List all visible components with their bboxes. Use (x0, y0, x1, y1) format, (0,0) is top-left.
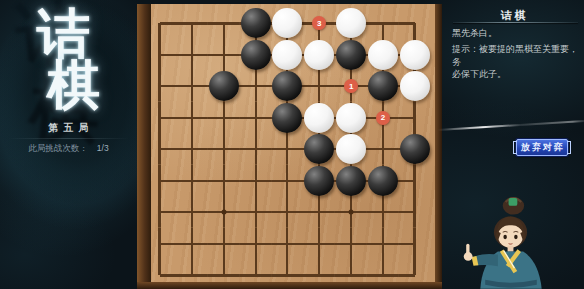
board-point[interactable] (367, 133, 399, 165)
white-stone (272, 8, 302, 38)
board-point[interactable] (272, 165, 304, 197)
sidebar-divider (8, 138, 129, 139)
npc-hair-ornament (509, 198, 518, 206)
attempts-label: 此局挑战次数： (28, 143, 88, 153)
star-point (349, 210, 354, 215)
board-point[interactable] (144, 133, 176, 165)
board-point[interactable] (272, 70, 304, 102)
black-stone (209, 71, 239, 101)
board-point[interactable] (144, 39, 176, 71)
board-point[interactable] (176, 7, 208, 39)
black-stone (304, 134, 334, 164)
board-point[interactable] (399, 228, 431, 260)
board-point[interactable] (144, 259, 176, 289)
move-marker: 1 (344, 79, 358, 93)
white-stone (368, 40, 398, 70)
board-point[interactable]: 3 (303, 7, 335, 39)
board-point[interactable] (399, 133, 431, 165)
board-point[interactable]: 2 (367, 102, 399, 134)
board-point[interactable] (399, 165, 431, 197)
white-stone (336, 134, 366, 164)
board-point[interactable] (399, 70, 431, 102)
board-point[interactable] (272, 102, 304, 134)
go-board-grid[interactable]: 312 (144, 7, 431, 289)
hint-line-1: 提示：被要提的黑棋至关重要，务 (452, 43, 582, 68)
black-stone (272, 71, 302, 101)
black-stone (336, 166, 366, 196)
star-point (221, 210, 226, 215)
white-stone (336, 103, 366, 133)
attempts-row: 此局挑战次数：1/3 (0, 143, 137, 155)
white-stone (336, 8, 366, 38)
board-point[interactable] (272, 39, 304, 71)
board-point[interactable] (208, 7, 240, 39)
board-point[interactable] (240, 102, 272, 134)
white-stone (304, 103, 334, 133)
board-point[interactable] (303, 196, 335, 228)
black-stone (368, 71, 398, 101)
board-point[interactable] (367, 259, 399, 289)
board-point[interactable] (208, 196, 240, 228)
black-stone (400, 134, 430, 164)
black-stone (272, 103, 302, 133)
board-point[interactable] (399, 196, 431, 228)
white-stone (304, 40, 334, 70)
black-stone (241, 8, 271, 38)
board-point[interactable] (335, 133, 367, 165)
board-point[interactable] (272, 7, 304, 39)
hint-text: 提示：被要提的黑棋至关重要，务 必保下此子。 (452, 43, 582, 81)
board-point[interactable] (144, 102, 176, 134)
hint-line-2: 必保下此子。 (452, 68, 582, 81)
black-stone (336, 40, 366, 70)
board-point[interactable] (240, 7, 272, 39)
board-point[interactable]: 1 (335, 70, 367, 102)
board-point[interactable] (272, 228, 304, 260)
board-point[interactable] (335, 102, 367, 134)
round-label: 第五局 (0, 121, 137, 135)
black-stone (304, 166, 334, 196)
go-board: 312 (137, 4, 442, 289)
board-point[interactable] (144, 228, 176, 260)
board-point[interactable] (176, 259, 208, 289)
board-point[interactable] (335, 7, 367, 39)
black-stone (368, 166, 398, 196)
white-stone (272, 40, 302, 70)
board-point[interactable] (208, 102, 240, 134)
board-point[interactable] (303, 259, 335, 289)
board-point[interactable] (240, 259, 272, 289)
board-point[interactable] (176, 39, 208, 71)
board-point[interactable] (208, 39, 240, 71)
board-point[interactable] (144, 70, 176, 102)
board-point[interactable] (240, 165, 272, 197)
board-point[interactable] (335, 196, 367, 228)
board-point[interactable] (176, 102, 208, 134)
board-point[interactable] (335, 39, 367, 71)
board-point[interactable] (303, 228, 335, 260)
board-point[interactable] (335, 259, 367, 289)
board-point[interactable] (240, 228, 272, 260)
board-point[interactable] (176, 228, 208, 260)
calligraphy-title-char-2: 棋 (47, 58, 100, 111)
board-point[interactable] (367, 39, 399, 71)
board-point[interactable] (367, 70, 399, 102)
black-stone (241, 40, 271, 70)
board-point[interactable] (208, 259, 240, 289)
board-point[interactable] (176, 196, 208, 228)
board-point[interactable] (272, 259, 304, 289)
board-point[interactable] (399, 259, 431, 289)
board-point[interactable] (240, 39, 272, 71)
board-point[interactable] (144, 196, 176, 228)
board-point[interactable] (208, 228, 240, 260)
board-point[interactable] (303, 133, 335, 165)
give-up-button[interactable]: 放弃对弈 (516, 139, 568, 156)
attempts-value: 1/3 (97, 143, 109, 153)
board-point[interactable] (176, 133, 208, 165)
board-point[interactable] (208, 133, 240, 165)
board-point[interactable] (335, 165, 367, 197)
board-point[interactable] (303, 70, 335, 102)
panel-title: 诘棋 (442, 8, 584, 23)
board-point[interactable] (303, 165, 335, 197)
board-point[interactable] (240, 70, 272, 102)
board-point[interactable] (399, 102, 431, 134)
board-point[interactable] (303, 102, 335, 134)
board-point[interactable] (144, 7, 176, 39)
board-point[interactable] (240, 133, 272, 165)
board-point[interactable] (399, 39, 431, 71)
board-point[interactable] (272, 133, 304, 165)
board-point[interactable] (240, 196, 272, 228)
board-point[interactable] (367, 196, 399, 228)
npc-character (455, 185, 567, 289)
board-point[interactable] (335, 228, 367, 260)
white-stone (400, 71, 430, 101)
board-point[interactable] (208, 165, 240, 197)
board-point[interactable] (176, 165, 208, 197)
board-point[interactable] (208, 70, 240, 102)
board-point[interactable] (367, 165, 399, 197)
board-edge-right (435, 4, 442, 289)
move-marker: 2 (376, 111, 390, 125)
board-point[interactable] (367, 7, 399, 39)
decorative-streak (438, 120, 584, 131)
board-point[interactable] (367, 228, 399, 260)
board-point[interactable] (176, 70, 208, 102)
board-point[interactable] (399, 7, 431, 39)
panel-title-divider (453, 22, 578, 23)
sidebar: 诘 棋 诘 棋 第五局 此局挑战次数：1/3 (0, 0, 137, 289)
objective-text: 黑先杀白。 (452, 27, 497, 40)
white-stone (400, 40, 430, 70)
info-panel: 诘棋 黑先杀白。 提示：被要提的黑棋至关重要，务 必保下此子。 放弃对弈 (442, 0, 584, 289)
move-marker: 3 (312, 16, 326, 30)
board-point[interactable] (272, 196, 304, 228)
board-point[interactable] (144, 165, 176, 197)
tsumego-screen: 诘 棋 诘 棋 第五局 此局挑战次数：1/3 312 诘棋 黑先杀白。 提示：被… (0, 0, 584, 289)
board-point[interactable] (303, 39, 335, 71)
